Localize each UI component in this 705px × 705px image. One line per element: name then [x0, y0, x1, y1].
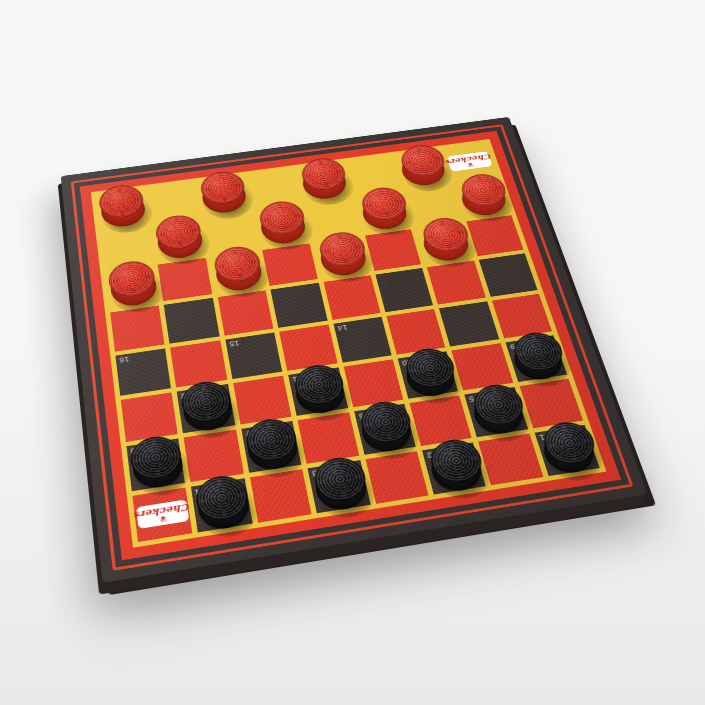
square-32[interactable]: 32 — [96, 189, 147, 229]
square-9[interactable]: 9 — [505, 335, 567, 382]
square-8[interactable]: 8 — [126, 439, 185, 491]
square-5[interactable]: 5 — [465, 387, 528, 437]
light-square-r7c4 — [298, 413, 359, 464]
square-23[interactable]: 23 — [210, 250, 265, 293]
square-18[interactable]: 18 — [375, 268, 433, 312]
light-square-r5c4 — [279, 324, 337, 371]
square-10[interactable]: 10 — [398, 351, 459, 399]
square-17[interactable]: 17 — [478, 253, 537, 296]
square-number: 19 — [274, 289, 285, 297]
checkers-board: 32313029♛Checkers28272625242322212019181… — [61, 117, 648, 583]
square-25[interactable]: 25 — [454, 178, 510, 218]
square-24[interactable]: 24 — [105, 265, 158, 309]
square-2[interactable]: 2 — [422, 442, 486, 495]
square-13[interactable]: 13 — [439, 301, 499, 346]
square-4[interactable]: 4 — [191, 478, 252, 532]
red-piece-24[interactable] — [107, 259, 157, 300]
brand-label: ♛Checkers — [136, 499, 189, 529]
light-square-r4c7 — [427, 261, 485, 304]
square-28[interactable]: 28 — [152, 219, 205, 261]
square-15[interactable]: 15 — [225, 332, 282, 379]
black-piece-6[interactable] — [357, 399, 415, 446]
light-square-r5c2 — [170, 340, 227, 387]
square-number: 13 — [442, 308, 454, 316]
square-1[interactable]: 1 — [534, 425, 599, 477]
light-square-r8c3 — [250, 469, 312, 523]
square-number: 20 — [167, 305, 178, 313]
square-30[interactable]: 30 — [296, 162, 349, 201]
square-22[interactable]: 22 — [314, 236, 370, 278]
square-3[interactable]: 3 — [308, 460, 371, 513]
square-19[interactable]: 19 — [271, 283, 328, 328]
square-11[interactable]: 11 — [288, 367, 347, 416]
square-number: 18 — [379, 274, 390, 282]
light-square-r5c8 — [491, 293, 551, 338]
black-piece-8[interactable] — [128, 433, 183, 482]
light-square-r6c1 — [121, 392, 178, 442]
black-piece-2[interactable] — [426, 437, 486, 486]
light-square-r4c5 — [323, 275, 380, 319]
black-piece-4[interactable] — [194, 473, 251, 524]
square-26[interactable]: 26 — [355, 192, 410, 232]
square-number: 16 — [119, 355, 130, 363]
square-14[interactable]: 14 — [333, 316, 392, 362]
square-number: 17 — [482, 260, 493, 268]
brand-label: ♛Checkers — [447, 151, 493, 172]
square-21[interactable]: 21 — [416, 222, 473, 264]
square-31[interactable]: 31 — [197, 176, 249, 216]
square-12[interactable]: 12 — [177, 384, 235, 434]
square-7[interactable]: 7 — [241, 421, 301, 472]
light-square-r4c3 — [218, 290, 274, 335]
square-16[interactable]: 16 — [115, 348, 171, 396]
square-6[interactable]: 6 — [354, 404, 416, 455]
light-square-r6c3 — [233, 376, 292, 425]
scene: 32313029♛Checkers28272625242322212019181… — [0, 0, 705, 705]
light-square-r3c2 — [158, 258, 212, 301]
square-29[interactable]: 29 — [394, 149, 448, 187]
square-27[interactable]: 27 — [254, 205, 308, 246]
black-piece-7[interactable] — [244, 416, 301, 464]
light-square-r5c6 — [386, 309, 445, 355]
black-piece-10[interactable] — [401, 345, 458, 390]
light-square-r3c4 — [262, 243, 317, 286]
square-20[interactable]: 20 — [164, 298, 219, 343]
square-number: 14 — [336, 323, 347, 331]
square-number: 15 — [228, 339, 239, 347]
black-piece-3[interactable] — [311, 455, 370, 505]
